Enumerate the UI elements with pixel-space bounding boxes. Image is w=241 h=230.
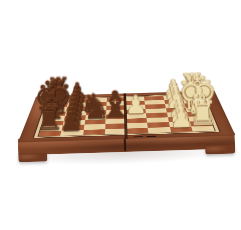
square — [147, 127, 170, 133]
board-foot-right — [205, 145, 235, 155]
square — [82, 129, 104, 135]
square: ♟ — [60, 130, 83, 136]
square: ♟ — [169, 126, 192, 132]
board-tilt-wrapper: ♜♟♟♜♞♟♟♞♟♟♝♛♟♟♛♚♟♟♚♝♟♞♝♟♝♟♟♞♜♟♟♜ — [0, 0, 241, 230]
square: ♜ — [38, 130, 61, 136]
square — [126, 128, 148, 134]
clasp-latch-icon — [133, 136, 143, 137]
piece-bR: ♜ — [45, 74, 71, 103]
square: ♜ — [191, 126, 215, 132]
piece-wP: ♟ — [162, 76, 183, 99]
piece-bP: ♟ — [67, 79, 88, 102]
clasp-latch-icon — [146, 136, 156, 137]
square: ♟ — [164, 103, 185, 108]
piece-bP: ♟ — [66, 83, 87, 107]
square: ♟ — [165, 108, 186, 113]
product-photo: ♜♟♟♜♞♟♟♞♟♟♝♛♟♟♛♚♟♟♚♝♟♞♝♟♝♟♟♞♜♟♟♜ — [0, 0, 241, 230]
board-foot-left — [18, 152, 47, 162]
piece-wP: ♟ — [163, 80, 184, 104]
square — [104, 128, 126, 134]
piece-wR: ♜ — [178, 70, 204, 99]
chess-board: ♜♟♟♜♞♟♟♞♟♟♝♛♟♟♛♚♟♟♚♝♟♞♝♟♝♟♟♞♜♟♟♜ — [18, 91, 235, 143]
square: ♟ — [65, 111, 86, 116]
